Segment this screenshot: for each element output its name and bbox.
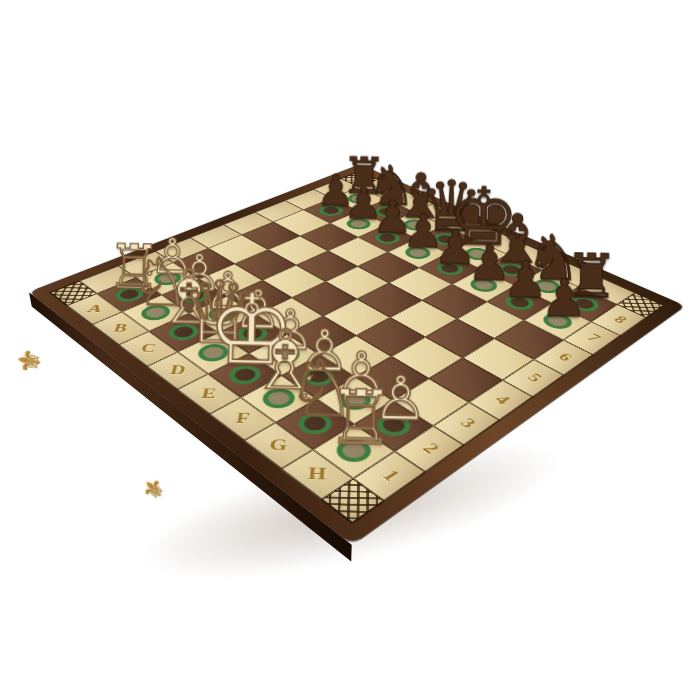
rank-label-text: 2 — [417, 440, 443, 457]
rank-label-text: 3 — [454, 415, 479, 431]
board-frame: A♖♙♟♜B♘♙♟♞C♗♙♟♝D♕♙♟♛E♔♙♟♚F♗♙♟♝G♘♙♟♞H♖♙♟♜… — [49, 171, 665, 524]
board-grid: A♖♙♟♜B♘♙♟♞C♗♙♟♝D♕♙♟♛E♔♙♟♚F♗♙♟♝G♘♙♟♞H♖♙♟♜… — [49, 171, 665, 524]
file-label-text: F — [234, 410, 250, 426]
file-label-text: G — [268, 437, 288, 455]
piece-white-rook-h1: ♖ — [304, 378, 417, 456]
rank-label-text: 4 — [489, 392, 513, 407]
brass-clasp-icon: ⚜ — [12, 345, 46, 377]
product-photo-stage: A♖♙♟♜B♘♙♟♞C♗♙♟♝D♕♙♟♛E♔♙♟♚F♗♙♟♝G♘♙♟♞H♖♙♟♜… — [0, 0, 700, 700]
piece-black-pawn-h7: ♟ — [518, 271, 610, 325]
rank-label-text: 8 — [609, 314, 629, 326]
chess-board-scene: A♖♙♟♜B♘♙♟♞C♗♙♟♝D♕♙♟♛E♔♙♟♚F♗♙♟♝G♘♙♟♞H♖♙♟♜… — [0, 0, 700, 700]
rank-label-text: 5 — [522, 371, 545, 385]
file-label-text: C — [138, 342, 157, 355]
chess-board: A♖♙♟♜B♘♙♟♞C♗♙♟♝D♕♙♟♛E♔♙♟♚F♗♙♟♝G♘♙♟♞H♖♙♟♜… — [29, 165, 685, 545]
file-label-text: D — [168, 363, 187, 377]
file-label-text: H — [307, 465, 326, 484]
file-label-text: B — [111, 322, 129, 335]
rank-label-text: 1 — [376, 466, 404, 484]
rank-label-text: 7 — [582, 332, 603, 344]
rank-label-text: 6 — [553, 351, 575, 364]
file-label-text: A — [85, 303, 104, 315]
file-label-text: E — [200, 386, 218, 401]
